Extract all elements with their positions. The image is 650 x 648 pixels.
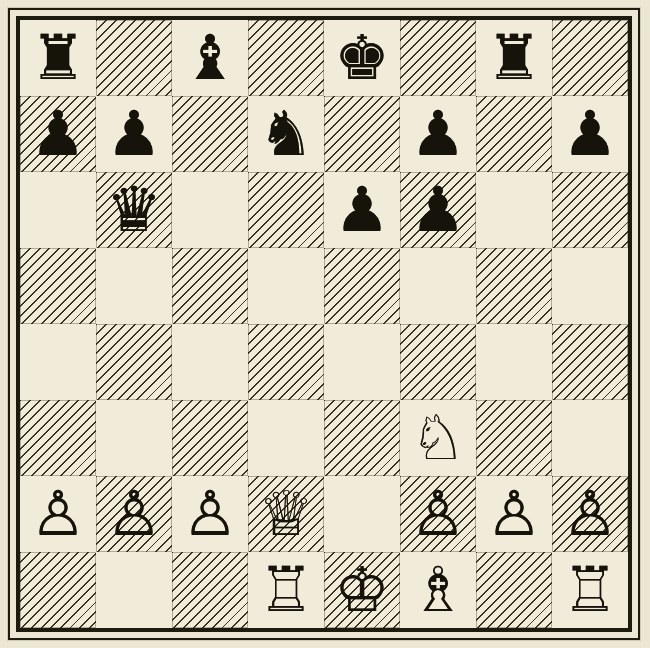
square-b3[interactable] [96,400,172,476]
square-g8[interactable]: ♜ [476,20,552,96]
piece-black-pawn-h7[interactable]: ♟ [562,96,618,172]
square-e6[interactable]: ♟ [324,172,400,248]
square-b4[interactable] [96,324,172,400]
square-g5[interactable] [476,248,552,324]
square-g1[interactable] [476,552,552,628]
piece-white-rook-h1[interactable]: ♖ [562,552,618,628]
piece-black-pawn-f6[interactable]: ♟ [410,172,466,248]
square-c5[interactable] [172,248,248,324]
square-f1[interactable]: ♗ [400,552,476,628]
square-c2[interactable]: ♙ [172,476,248,552]
square-e1[interactable]: ♔ [324,552,400,628]
square-a5[interactable] [20,248,96,324]
piece-white-pawn-a2[interactable]: ♙ [30,476,86,552]
piece-black-rook-g8[interactable]: ♜ [486,20,542,96]
board-inner-frame: ♜♝♚♜♟♟♞♟♟♛♟♟♘♙♙♙♕♙♙♙♖♔♗♖ [16,16,632,632]
piece-black-pawn-a7[interactable]: ♟ [30,96,86,172]
square-f6[interactable]: ♟ [400,172,476,248]
square-h4[interactable] [552,324,628,400]
square-f7[interactable]: ♟ [400,96,476,172]
square-a1[interactable] [20,552,96,628]
square-d6[interactable] [248,172,324,248]
square-b5[interactable] [96,248,172,324]
square-c1[interactable] [172,552,248,628]
square-d7[interactable]: ♞ [248,96,324,172]
square-h6[interactable] [552,172,628,248]
square-d2[interactable]: ♕ [248,476,324,552]
square-f3[interactable]: ♘ [400,400,476,476]
square-e4[interactable] [324,324,400,400]
square-b7[interactable]: ♟ [96,96,172,172]
board-outer-frame: ♜♝♚♜♟♟♞♟♟♛♟♟♘♙♙♙♕♙♙♙♖♔♗♖ [8,8,640,640]
square-b6[interactable]: ♛ [96,172,172,248]
square-e8[interactable]: ♚ [324,20,400,96]
square-a2[interactable]: ♙ [20,476,96,552]
square-g7[interactable] [476,96,552,172]
square-c8[interactable]: ♝ [172,20,248,96]
square-e5[interactable] [324,248,400,324]
piece-black-queen-b6[interactable]: ♛ [106,172,162,248]
square-f2[interactable]: ♙ [400,476,476,552]
square-c6[interactable] [172,172,248,248]
square-g4[interactable] [476,324,552,400]
square-h3[interactable] [552,400,628,476]
square-h7[interactable]: ♟ [552,96,628,172]
chess-board: ♜♝♚♜♟♟♞♟♟♛♟♟♘♙♙♙♕♙♙♙♖♔♗♖ [20,20,628,628]
square-d8[interactable] [248,20,324,96]
piece-white-bishop-f1[interactable]: ♗ [410,552,466,628]
square-b1[interactable] [96,552,172,628]
piece-white-queen-d2[interactable]: ♕ [258,476,314,552]
square-a4[interactable] [20,324,96,400]
square-a6[interactable] [20,172,96,248]
piece-white-pawn-g2[interactable]: ♙ [486,476,542,552]
square-c3[interactable] [172,400,248,476]
piece-white-pawn-f2[interactable]: ♙ [410,476,466,552]
piece-black-rook-a8[interactable]: ♜ [30,20,86,96]
piece-white-knight-f3[interactable]: ♘ [410,400,466,476]
square-a7[interactable]: ♟ [20,96,96,172]
square-h1[interactable]: ♖ [552,552,628,628]
piece-white-king-e1[interactable]: ♔ [334,552,390,628]
square-d5[interactable] [248,248,324,324]
square-f4[interactable] [400,324,476,400]
square-h2[interactable]: ♙ [552,476,628,552]
square-f8[interactable] [400,20,476,96]
square-g3[interactable] [476,400,552,476]
square-b2[interactable]: ♙ [96,476,172,552]
square-f5[interactable] [400,248,476,324]
piece-black-pawn-b7[interactable]: ♟ [106,96,162,172]
square-a3[interactable] [20,400,96,476]
square-d3[interactable] [248,400,324,476]
piece-black-pawn-f7[interactable]: ♟ [410,96,466,172]
square-d4[interactable] [248,324,324,400]
square-h8[interactable] [552,20,628,96]
square-e2[interactable] [324,476,400,552]
piece-black-pawn-e6[interactable]: ♟ [334,172,390,248]
square-h5[interactable] [552,248,628,324]
piece-black-knight-d7[interactable]: ♞ [258,96,314,172]
piece-black-king-e8[interactable]: ♚ [334,20,390,96]
book-page: ♜♝♚♜♟♟♞♟♟♛♟♟♘♙♙♙♕♙♙♙♖♔♗♖ [0,0,650,648]
piece-white-pawn-c2[interactable]: ♙ [182,476,238,552]
square-e3[interactable] [324,400,400,476]
square-g6[interactable] [476,172,552,248]
piece-white-rook-d1[interactable]: ♖ [258,552,314,628]
square-g2[interactable]: ♙ [476,476,552,552]
square-c4[interactable] [172,324,248,400]
square-c7[interactable] [172,96,248,172]
piece-white-pawn-b2[interactable]: ♙ [106,476,162,552]
piece-black-bishop-c8[interactable]: ♝ [182,20,238,96]
piece-white-pawn-h2[interactable]: ♙ [562,476,618,552]
square-e7[interactable] [324,96,400,172]
square-a8[interactable]: ♜ [20,20,96,96]
square-d1[interactable]: ♖ [248,552,324,628]
square-b8[interactable] [96,20,172,96]
